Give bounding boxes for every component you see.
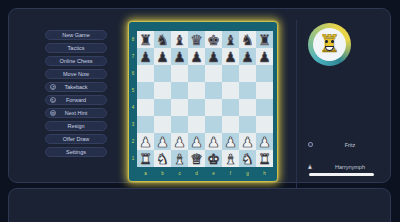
button-label: New Game bbox=[62, 32, 90, 38]
square-f1[interactable]: ♝ bbox=[222, 150, 239, 167]
square-d7[interactable]: ♟ bbox=[188, 48, 205, 65]
bottom-panel bbox=[8, 188, 391, 222]
file-label-b: b bbox=[154, 168, 171, 179]
piece-white-pawn[interactable]: ♟ bbox=[139, 134, 152, 150]
square-b4[interactable] bbox=[154, 99, 171, 116]
square-h4[interactable] bbox=[256, 99, 273, 116]
square-g4[interactable] bbox=[239, 99, 256, 116]
file-label-g: g bbox=[239, 168, 256, 179]
square-b7[interactable]: ♟ bbox=[154, 48, 171, 65]
square-c5[interactable] bbox=[171, 82, 188, 99]
square-c4[interactable] bbox=[171, 99, 188, 116]
piece-black-king[interactable]: ♚ bbox=[207, 32, 220, 48]
piece-black-knight[interactable]: ♞ bbox=[156, 32, 169, 48]
square-d5[interactable] bbox=[188, 82, 205, 99]
square-a1[interactable]: ♜ bbox=[137, 150, 154, 167]
file-label-a: a bbox=[137, 168, 154, 179]
sidebar-button-offer-draw[interactable]: Offer Draw bbox=[45, 134, 107, 144]
square-f4[interactable] bbox=[222, 99, 239, 116]
chess-board: 87654321 ♜♞♝♛♚♝♞♜♟♟♟♟♟♟♟♟♟♟♟♟♟♟♟♟♜♞♝♛♚♝♞… bbox=[129, 22, 277, 181]
file-label-h: h bbox=[256, 168, 273, 179]
square-c6[interactable] bbox=[171, 65, 188, 82]
square-b5[interactable] bbox=[154, 82, 171, 99]
file-label-d: d bbox=[188, 168, 205, 179]
piece-white-queen[interactable]: ♛ bbox=[190, 151, 203, 167]
square-e6[interactable] bbox=[205, 65, 222, 82]
square-b8[interactable]: ♞ bbox=[154, 31, 171, 48]
button-label: Next Hint bbox=[65, 110, 88, 116]
square-e5[interactable] bbox=[205, 82, 222, 99]
piece-black-pawn[interactable]: ♟ bbox=[241, 49, 254, 65]
piece-black-pawn[interactable]: ♟ bbox=[156, 49, 169, 65]
piece-white-king[interactable]: ♚ bbox=[207, 151, 220, 167]
square-e1[interactable]: ♚ bbox=[205, 150, 222, 167]
square-h5[interactable] bbox=[256, 82, 273, 99]
piece-white-pawn[interactable]: ♟ bbox=[207, 134, 220, 150]
square-h8[interactable]: ♜ bbox=[256, 31, 273, 48]
square-a4[interactable] bbox=[137, 99, 154, 116]
square-b6[interactable] bbox=[154, 65, 171, 82]
hint-icon: ⊞ bbox=[50, 110, 56, 116]
square-c8[interactable]: ♝ bbox=[171, 31, 188, 48]
sidebar-button-new-game[interactable]: New Game bbox=[45, 30, 107, 40]
square-e3[interactable] bbox=[205, 116, 222, 133]
square-d8[interactable]: ♛ bbox=[188, 31, 205, 48]
rank-label-8: 8 bbox=[129, 31, 137, 48]
square-f5[interactable] bbox=[222, 82, 239, 99]
piece-white-rook[interactable]: ♜ bbox=[139, 151, 152, 167]
square-b3[interactable] bbox=[154, 116, 171, 133]
square-a8[interactable]: ♜ bbox=[137, 31, 154, 48]
piece-white-pawn[interactable]: ♟ bbox=[224, 134, 237, 150]
sidebar-button-next-hint[interactable]: ⊞Next Hint bbox=[45, 108, 107, 118]
piece-white-pawn[interactable]: ♟ bbox=[258, 134, 271, 150]
square-h2[interactable]: ♟ bbox=[256, 133, 273, 150]
piece-black-queen[interactable]: ♛ bbox=[190, 32, 203, 48]
sidebar-button-forward[interactable]: ↻Forward bbox=[45, 95, 107, 105]
square-a7[interactable]: ♟ bbox=[137, 48, 154, 65]
button-label: Takeback bbox=[64, 84, 87, 90]
sidebar-button-resign[interactable]: Resign bbox=[45, 121, 107, 131]
sidebar-button-move-now[interactable]: Move Now bbox=[45, 69, 107, 79]
engine-icon bbox=[305, 142, 315, 148]
square-c1[interactable]: ♝ bbox=[171, 150, 188, 167]
square-f2[interactable]: ♟ bbox=[222, 133, 239, 150]
piece-white-pawn[interactable]: ♟ bbox=[173, 134, 186, 150]
square-f7[interactable]: ♟ bbox=[222, 48, 239, 65]
pawn-icon: ♟ bbox=[305, 163, 315, 170]
square-c7[interactable]: ♟ bbox=[171, 48, 188, 65]
piece-white-bishop[interactable]: ♝ bbox=[173, 151, 186, 167]
square-f3[interactable] bbox=[222, 116, 239, 133]
sidebar-button-online-chess[interactable]: Online Chess bbox=[45, 56, 107, 66]
square-f6[interactable] bbox=[222, 65, 239, 82]
square-c2[interactable]: ♟ bbox=[171, 133, 188, 150]
piece-white-rook[interactable]: ♜ bbox=[258, 151, 271, 167]
player-row: ♟ Harrynymph bbox=[305, 162, 385, 171]
main-panel: New GameTacticsOnline ChessMove Now↺Take… bbox=[8, 8, 391, 183]
square-e4[interactable] bbox=[205, 99, 222, 116]
square-g2[interactable]: ♟ bbox=[239, 133, 256, 150]
square-g3[interactable] bbox=[239, 116, 256, 133]
opponent-name: Fritz bbox=[315, 142, 385, 148]
piece-white-pawn[interactable]: ♟ bbox=[190, 134, 203, 150]
rank-label-5: 5 bbox=[129, 82, 137, 99]
rook-eye-right bbox=[331, 40, 334, 43]
square-g5[interactable] bbox=[239, 82, 256, 99]
button-label: Offer Draw bbox=[63, 136, 90, 142]
square-g7[interactable]: ♟ bbox=[239, 48, 256, 65]
square-e8[interactable]: ♚ bbox=[205, 31, 222, 48]
rank-label-6: 6 bbox=[129, 65, 137, 82]
app-logo-badge: ♜ bbox=[308, 23, 351, 66]
piece-white-bishop[interactable]: ♝ bbox=[224, 151, 237, 167]
panel-divider bbox=[296, 20, 297, 189]
takeback-icon: ↺ bbox=[50, 84, 56, 90]
rank-label-4: 4 bbox=[129, 99, 137, 116]
square-d1[interactable]: ♛ bbox=[188, 150, 205, 167]
rank-label-7: 7 bbox=[129, 48, 137, 65]
file-labels: abcdefgh bbox=[137, 168, 273, 179]
piece-black-bishop[interactable]: ♝ bbox=[224, 32, 237, 48]
player-name: Harrynymph bbox=[315, 164, 385, 170]
piece-black-pawn[interactable]: ♟ bbox=[224, 49, 237, 65]
button-label: Settings bbox=[66, 149, 86, 155]
button-label: Resign bbox=[67, 123, 84, 129]
square-h7[interactable]: ♟ bbox=[256, 48, 273, 65]
piece-black-rook[interactable]: ♜ bbox=[258, 32, 271, 48]
square-h1[interactable]: ♜ bbox=[256, 150, 273, 167]
button-label: Forward bbox=[66, 97, 86, 103]
smiling-rook-icon: ♜ bbox=[313, 28, 346, 61]
square-d2[interactable]: ♟ bbox=[188, 133, 205, 150]
piece-black-rook[interactable]: ♜ bbox=[139, 32, 152, 48]
piece-black-pawn[interactable]: ♟ bbox=[207, 49, 220, 65]
forward-icon: ↻ bbox=[50, 97, 56, 103]
square-a2[interactable]: ♟ bbox=[137, 133, 154, 150]
file-label-f: f bbox=[222, 168, 239, 179]
square-h3[interactable] bbox=[256, 116, 273, 133]
square-f8[interactable]: ♝ bbox=[222, 31, 239, 48]
square-b2[interactable]: ♟ bbox=[154, 133, 171, 150]
piece-black-pawn[interactable]: ♟ bbox=[139, 49, 152, 65]
square-e2[interactable]: ♟ bbox=[205, 133, 222, 150]
board-squares: ♜♞♝♛♚♝♞♜♟♟♟♟♟♟♟♟♟♟♟♟♟♟♟♟♜♞♝♛♚♝♞♜ bbox=[137, 31, 273, 167]
time-bar bbox=[309, 173, 374, 176]
square-b1[interactable]: ♞ bbox=[154, 150, 171, 167]
piece-black-bishop[interactable]: ♝ bbox=[173, 32, 186, 48]
sidebar-button-tactics[interactable]: Tactics bbox=[45, 43, 107, 53]
rook-glyph: ♜ bbox=[313, 30, 346, 58]
piece-black-knight[interactable]: ♞ bbox=[241, 32, 254, 48]
rank-label-2: 2 bbox=[129, 133, 137, 150]
file-label-e: e bbox=[205, 168, 222, 179]
sidebar-button-settings[interactable]: Settings bbox=[45, 147, 107, 157]
sidebar: New GameTacticsOnline ChessMove Now↺Take… bbox=[45, 30, 107, 157]
square-a5[interactable] bbox=[137, 82, 154, 99]
piece-black-pawn[interactable]: ♟ bbox=[190, 49, 203, 65]
piece-white-pawn[interactable]: ♟ bbox=[241, 134, 254, 150]
piece-black-pawn[interactable]: ♟ bbox=[173, 49, 186, 65]
square-g1[interactable]: ♞ bbox=[239, 150, 256, 167]
square-d6[interactable] bbox=[188, 65, 205, 82]
square-c3[interactable] bbox=[171, 116, 188, 133]
sidebar-button-takeback[interactable]: ↺Takeback bbox=[45, 82, 107, 92]
opponent-row: Fritz bbox=[305, 140, 385, 149]
button-label: Tactics bbox=[68, 45, 85, 51]
square-e7[interactable]: ♟ bbox=[205, 48, 222, 65]
rank-label-3: 3 bbox=[129, 116, 137, 133]
square-d3[interactable] bbox=[188, 116, 205, 133]
rank-label-1: 1 bbox=[129, 150, 137, 167]
piece-black-pawn[interactable]: ♟ bbox=[258, 49, 271, 65]
button-label: Online Chess bbox=[59, 58, 92, 64]
rank-labels: 87654321 bbox=[129, 31, 137, 167]
piece-white-pawn[interactable]: ♟ bbox=[156, 134, 169, 150]
square-g8[interactable]: ♞ bbox=[239, 31, 256, 48]
piece-white-knight[interactable]: ♞ bbox=[241, 151, 254, 167]
square-h6[interactable] bbox=[256, 65, 273, 82]
square-g6[interactable] bbox=[239, 65, 256, 82]
rook-eye-left bbox=[325, 40, 328, 43]
button-label: Move Now bbox=[63, 71, 89, 77]
square-a3[interactable] bbox=[137, 116, 154, 133]
piece-white-knight[interactable]: ♞ bbox=[156, 151, 169, 167]
file-label-c: c bbox=[171, 168, 188, 179]
square-d4[interactable] bbox=[188, 99, 205, 116]
square-a6[interactable] bbox=[137, 65, 154, 82]
